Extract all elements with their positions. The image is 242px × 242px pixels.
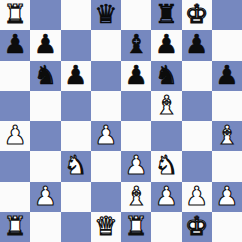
piece-black-pawn: ♟ xyxy=(3,30,26,59)
square-a8[interactable]: ♜ xyxy=(0,0,30,30)
piece-black-pawn: ♟ xyxy=(155,30,178,59)
square-e8[interactable] xyxy=(121,0,151,30)
piece-black-pawn: ♟ xyxy=(124,61,147,90)
square-f2[interactable]: ♟ xyxy=(151,182,181,212)
square-e4[interactable] xyxy=(121,121,151,151)
square-a3[interactable] xyxy=(0,151,30,181)
square-e2[interactable]: ♝ xyxy=(121,182,151,212)
square-b7[interactable]: ♟ xyxy=(30,30,60,60)
piece-black-bishop: ♝ xyxy=(124,30,147,59)
square-a2[interactable] xyxy=(0,182,30,212)
square-d6[interactable] xyxy=(91,61,121,91)
square-d4[interactable]: ♟ xyxy=(91,121,121,151)
square-d3[interactable] xyxy=(91,151,121,181)
square-f5[interactable]: ♝ xyxy=(151,91,181,121)
square-h8[interactable] xyxy=(212,0,242,30)
piece-black-pawn: ♟ xyxy=(64,61,87,90)
piece-black-pawn: ♟ xyxy=(215,61,238,90)
square-g8[interactable]: ♚ xyxy=(182,0,212,30)
square-g3[interactable] xyxy=(182,151,212,181)
square-b1[interactable] xyxy=(30,212,60,242)
piece-white-pawn: ♟ xyxy=(185,182,208,211)
square-b8[interactable] xyxy=(30,0,60,30)
square-a5[interactable] xyxy=(0,91,30,121)
square-a7[interactable]: ♟ xyxy=(0,30,30,60)
chess-board: ♜♛♜♚♟♟♝♟♟♞♟♟♞♟♝♟♟♝♞♟♞♟♝♟♟♟♜♛♜♚ xyxy=(0,0,242,242)
square-a4[interactable]: ♟ xyxy=(0,121,30,151)
square-e1[interactable]: ♜ xyxy=(121,212,151,242)
square-f6[interactable]: ♞ xyxy=(151,61,181,91)
piece-black-queen: ♛ xyxy=(94,0,117,29)
piece-white-bishop: ♝ xyxy=(215,121,238,150)
square-h4[interactable]: ♝ xyxy=(212,121,242,151)
piece-white-king: ♚ xyxy=(185,0,208,29)
square-h3[interactable] xyxy=(212,151,242,181)
piece-white-pawn: ♟ xyxy=(3,121,26,150)
square-f3[interactable]: ♞ xyxy=(151,151,181,181)
piece-white-pawn: ♟ xyxy=(94,121,117,150)
square-c3[interactable]: ♞ xyxy=(61,151,91,181)
piece-white-pawn: ♟ xyxy=(215,182,238,211)
square-g7[interactable]: ♟ xyxy=(182,30,212,60)
square-f7[interactable]: ♟ xyxy=(151,30,181,60)
piece-black-knight: ♞ xyxy=(155,61,178,90)
square-b6[interactable]: ♞ xyxy=(30,61,60,91)
square-f4[interactable] xyxy=(151,121,181,151)
square-b2[interactable]: ♟ xyxy=(30,182,60,212)
piece-black-rook: ♜ xyxy=(155,0,178,29)
square-b5[interactable] xyxy=(30,91,60,121)
piece-white-bishop: ♝ xyxy=(124,182,147,211)
piece-white-king: ♚ xyxy=(185,212,208,241)
square-d1[interactable]: ♛ xyxy=(91,212,121,242)
piece-white-pawn: ♟ xyxy=(34,182,57,211)
piece-black-pawn: ♟ xyxy=(185,30,208,59)
square-b4[interactable] xyxy=(30,121,60,151)
square-g6[interactable] xyxy=(182,61,212,91)
piece-white-knight: ♞ xyxy=(64,151,87,180)
square-c1[interactable] xyxy=(61,212,91,242)
square-g5[interactable] xyxy=(182,91,212,121)
square-c5[interactable] xyxy=(61,91,91,121)
piece-white-rook: ♜ xyxy=(3,0,26,29)
square-a6[interactable] xyxy=(0,61,30,91)
square-a1[interactable]: ♜ xyxy=(0,212,30,242)
piece-white-pawn: ♟ xyxy=(155,182,178,211)
square-h6[interactable]: ♟ xyxy=(212,61,242,91)
square-e5[interactable] xyxy=(121,91,151,121)
square-d7[interactable] xyxy=(91,30,121,60)
square-e6[interactable]: ♟ xyxy=(121,61,151,91)
square-c8[interactable] xyxy=(61,0,91,30)
square-c4[interactable] xyxy=(61,121,91,151)
square-h7[interactable] xyxy=(212,30,242,60)
square-e7[interactable]: ♝ xyxy=(121,30,151,60)
square-f1[interactable] xyxy=(151,212,181,242)
square-c7[interactable] xyxy=(61,30,91,60)
piece-white-queen: ♛ xyxy=(94,212,117,241)
square-d8[interactable]: ♛ xyxy=(91,0,121,30)
piece-white-knight: ♞ xyxy=(155,151,178,180)
square-g4[interactable] xyxy=(182,121,212,151)
square-c6[interactable]: ♟ xyxy=(61,61,91,91)
piece-black-knight: ♞ xyxy=(34,61,57,90)
square-h1[interactable] xyxy=(212,212,242,242)
piece-white-bishop: ♝ xyxy=(155,91,178,120)
square-g1[interactable]: ♚ xyxy=(182,212,212,242)
square-e3[interactable]: ♟ xyxy=(121,151,151,181)
square-h2[interactable]: ♟ xyxy=(212,182,242,212)
square-b3[interactable] xyxy=(30,151,60,181)
piece-white-pawn: ♟ xyxy=(124,151,147,180)
square-c2[interactable] xyxy=(61,182,91,212)
piece-white-rook: ♜ xyxy=(124,212,147,241)
square-g2[interactable]: ♟ xyxy=(182,182,212,212)
square-d5[interactable] xyxy=(91,91,121,121)
piece-white-rook: ♜ xyxy=(3,212,26,241)
piece-black-pawn: ♟ xyxy=(34,30,57,59)
square-h5[interactable] xyxy=(212,91,242,121)
square-f8[interactable]: ♜ xyxy=(151,0,181,30)
square-d2[interactable] xyxy=(91,182,121,212)
